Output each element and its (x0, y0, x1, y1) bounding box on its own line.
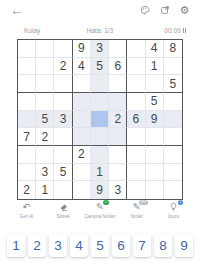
cell-r8c3[interactable]: 5 (54, 164, 72, 182)
cell-r2c4[interactable]: 4 (73, 58, 91, 76)
header-icons: ⚙ (139, 5, 190, 16)
cell-r3c4[interactable] (73, 75, 91, 93)
cell-r8c2[interactable]: 3 (36, 164, 54, 182)
back-button[interactable]: ← (10, 4, 23, 17)
cell-r5c5[interactable] (91, 111, 109, 129)
cell-r1c5[interactable]: 3 (91, 40, 109, 58)
cell-r4c5[interactable] (91, 93, 109, 111)
numpad-key-9[interactable]: 9 (175, 234, 193, 257)
cell-r1c4[interactable]: 9 (73, 40, 91, 58)
numpad-key-7[interactable]: 7 (133, 234, 151, 257)
cell-r3c5[interactable] (91, 75, 109, 93)
cell-r3c8[interactable] (146, 75, 164, 93)
cell-r4c1[interactable] (18, 93, 36, 111)
notes-pencil-icon: ✎ OFF (133, 202, 141, 212)
share-icon (160, 5, 170, 15)
cell-r7c2[interactable] (36, 146, 54, 164)
cell-r9c5[interactable]: 9 (91, 181, 109, 199)
hint-count-badge: 1 (178, 200, 184, 206)
cell-r6c9[interactable] (164, 128, 182, 146)
pause-icon (183, 28, 184, 33)
cell-r4c3[interactable] (54, 93, 72, 111)
cell-r9c2[interactable]: 1 (36, 181, 54, 199)
cell-r2c7[interactable] (127, 58, 145, 76)
erase-button[interactable]: Silmek (45, 202, 82, 224)
cell-r4c8[interactable]: 5 (146, 93, 164, 111)
cell-r5c6[interactable]: 2 (109, 111, 127, 129)
numpad-key-4[interactable]: 4 (70, 234, 88, 257)
cell-r1c9[interactable]: 8 (164, 40, 182, 58)
cell-r7c5[interactable] (91, 146, 109, 164)
sudoku-app: ← ⚙ Kolay Hata: 1/3 (0, 0, 200, 267)
cell-r3c2[interactable] (36, 75, 54, 93)
cell-r4c2[interactable] (36, 93, 54, 111)
cell-r3c3[interactable] (54, 75, 72, 93)
settings-gear-icon: ⚙ (180, 5, 190, 16)
cell-r9c4[interactable] (73, 181, 91, 199)
settings-button[interactable]: ⚙ (179, 5, 190, 16)
cell-r9c6[interactable]: 3 (109, 181, 127, 199)
undo-icon: ↶ (22, 202, 30, 212)
cell-r9c7[interactable] (127, 181, 145, 199)
cell-r2c5[interactable]: 5 (91, 58, 109, 76)
cell-r7c4[interactable]: 2 (73, 146, 91, 164)
numpad-key-3[interactable]: 3 (49, 234, 67, 257)
cell-r2c6[interactable]: 6 (109, 58, 127, 76)
notes-label: Notlar (131, 214, 143, 219)
cell-r2c3[interactable]: 2 (54, 58, 72, 76)
quick-notes-label: Çalışma Notları (84, 214, 115, 219)
cell-r4c4[interactable] (73, 93, 91, 111)
back-arrow-icon: ← (10, 3, 23, 18)
erase-label: Silmek (56, 214, 70, 219)
undo-label: Geri Al (20, 214, 34, 219)
notes-button[interactable]: ✎ OFF Notlar (118, 202, 155, 224)
palette-button[interactable] (139, 5, 150, 16)
cell-r4c9[interactable] (164, 93, 182, 111)
cell-r7c6[interactable] (109, 146, 127, 164)
cell-r8c7[interactable] (127, 164, 145, 182)
cell-r3c7[interactable] (127, 75, 145, 93)
cell-r4c7[interactable] (127, 93, 145, 111)
cell-r2c8[interactable]: 1 (146, 58, 164, 76)
numpad-key-2[interactable]: 2 (28, 234, 46, 257)
cell-r9c9[interactable] (164, 181, 182, 199)
cell-r5c1[interactable] (18, 111, 36, 129)
cell-r7c8[interactable] (146, 146, 164, 164)
pause-button[interactable] (183, 28, 186, 33)
cell-r6c6[interactable] (109, 128, 127, 146)
numpad-key-8[interactable]: 8 (154, 234, 172, 257)
cell-r8c6[interactable] (109, 164, 127, 182)
cell-r1c7[interactable] (127, 40, 145, 58)
cell-r4c6[interactable] (109, 93, 127, 111)
cell-r8c5[interactable]: 1 (91, 164, 109, 182)
status-row: Kolay Hata: 1/3 00:09 (0, 27, 200, 37)
hint-label: İpucu (168, 214, 179, 219)
numpad-key-5[interactable]: 5 (91, 234, 109, 257)
cell-r3c9[interactable]: 5 (164, 75, 182, 93)
cell-r6c2[interactable]: 2 (36, 128, 54, 146)
cell-r8c9[interactable] (164, 164, 182, 182)
top-bar: ← ⚙ (0, 0, 200, 20)
quick-notes-on-badge: ✓ (103, 200, 109, 206)
toolbar: ↶ Geri Al Silmek ✎ ✓ Çalışma Notları ✎ O… (8, 202, 192, 224)
cell-r6c4[interactable] (73, 128, 91, 146)
cell-r6c3[interactable] (54, 128, 72, 146)
cell-r3c1[interactable] (18, 75, 36, 93)
timer-value: 00:09 (164, 27, 180, 34)
cell-r5c3[interactable]: 3 (54, 111, 72, 129)
cell-r1c8[interactable]: 4 (146, 40, 164, 58)
cell-r5c8[interactable]: 9 (146, 111, 164, 129)
cell-r6c1[interactable]: 7 (18, 128, 36, 146)
cell-r1c6[interactable] (109, 40, 127, 58)
hint-button[interactable]: 1 İpucu (155, 202, 192, 224)
quick-notes-pencil-icon: ✎ ✓ (96, 202, 104, 212)
cell-r1c3[interactable] (54, 40, 72, 58)
cell-r7c3[interactable] (54, 146, 72, 164)
cell-r9c1[interactable]: 2 (18, 181, 36, 199)
notes-off-badge: OFF (139, 200, 148, 205)
cell-r7c1[interactable] (18, 146, 36, 164)
quick-notes-button[interactable]: ✎ ✓ Çalışma Notları (82, 202, 119, 224)
cell-r2c1[interactable] (18, 58, 36, 76)
cell-r1c1[interactable] (18, 40, 36, 58)
cell-r5c2[interactable]: 5 (36, 111, 54, 129)
cell-r8c8[interactable] (146, 164, 164, 182)
cell-r3c6[interactable] (109, 75, 127, 93)
cell-r1c2[interactable] (36, 40, 54, 58)
cell-r7c7[interactable] (127, 146, 145, 164)
numpad-key-6[interactable]: 6 (112, 234, 130, 257)
cell-r2c2[interactable] (36, 58, 54, 76)
eraser-icon (59, 202, 68, 212)
numpad-key-1[interactable]: 1 (7, 234, 25, 257)
number-pad: 1 2 3 4 5 6 7 8 9 (0, 234, 200, 257)
timer-area: 00:09 (164, 27, 186, 34)
palette-icon (140, 5, 150, 15)
hint-bulb-icon: 1 (169, 202, 178, 212)
cell-r6c7[interactable] (127, 128, 145, 146)
cell-r8c1[interactable] (18, 164, 36, 182)
cell-r5c9[interactable] (164, 111, 182, 129)
cell-r9c8[interactable] (146, 181, 164, 199)
share-button[interactable] (159, 5, 170, 16)
cell-r6c5[interactable] (91, 128, 109, 146)
cell-r9c3[interactable] (54, 181, 72, 199)
cell-r2c9[interactable] (164, 58, 182, 76)
cell-r6c8[interactable] (146, 128, 164, 146)
cell-r5c7[interactable]: 6 (127, 111, 145, 129)
sudoku-board: 93482456155532697223512193 (17, 39, 183, 200)
cell-r5c4[interactable] (73, 111, 91, 129)
cell-r7c9[interactable] (164, 146, 182, 164)
cell-r8c4[interactable] (73, 164, 91, 182)
undo-button[interactable]: ↶ Geri Al (8, 202, 45, 224)
